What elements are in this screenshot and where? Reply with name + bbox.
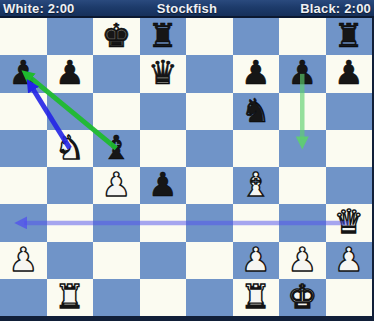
piece-black-pawn[interactable]: ♟ bbox=[334, 56, 364, 89]
square-f3[interactable] bbox=[233, 204, 280, 241]
square-b4[interactable] bbox=[47, 167, 94, 204]
square-g2[interactable]: ♟ bbox=[279, 242, 326, 279]
square-c3[interactable] bbox=[93, 204, 140, 241]
square-c2[interactable] bbox=[93, 242, 140, 279]
square-d7[interactable]: ♛ bbox=[140, 55, 187, 92]
piece-black-rook[interactable]: ♜ bbox=[334, 19, 364, 52]
status-bar: White: 2:00 Stockfish Black: 2:00 bbox=[0, 0, 374, 18]
square-b8[interactable] bbox=[47, 18, 94, 55]
square-c5[interactable]: ♝ bbox=[93, 130, 140, 167]
piece-white-king[interactable]: ♚ bbox=[287, 280, 317, 313]
square-f7[interactable]: ♟ bbox=[233, 55, 280, 92]
piece-white-rook[interactable]: ♜ bbox=[241, 280, 271, 313]
square-f6[interactable]: ♞ bbox=[233, 93, 280, 130]
square-d1[interactable] bbox=[140, 279, 187, 316]
piece-black-pawn[interactable]: ♟ bbox=[148, 168, 178, 201]
square-a6[interactable] bbox=[0, 93, 47, 130]
square-e5[interactable] bbox=[186, 130, 233, 167]
square-f2[interactable]: ♟ bbox=[233, 242, 280, 279]
piece-white-queen[interactable]: ♛ bbox=[334, 205, 364, 238]
square-c6[interactable] bbox=[93, 93, 140, 130]
square-c7[interactable] bbox=[93, 55, 140, 92]
square-f1[interactable]: ♜ bbox=[233, 279, 280, 316]
piece-white-rook[interactable]: ♜ bbox=[55, 280, 85, 313]
piece-black-king[interactable]: ♚ bbox=[101, 19, 131, 52]
square-g8[interactable] bbox=[279, 18, 326, 55]
square-a1[interactable] bbox=[0, 279, 47, 316]
square-g3[interactable] bbox=[279, 204, 326, 241]
board-area: ♚♜♜♟♟♛♟♟♟♞♞♝♟♟♝♛♟♟♟♟♜♜♚ bbox=[0, 18, 374, 316]
square-g4[interactable] bbox=[279, 167, 326, 204]
square-e4[interactable] bbox=[186, 167, 233, 204]
piece-white-pawn[interactable]: ♟ bbox=[8, 243, 38, 276]
square-h2[interactable]: ♟ bbox=[326, 242, 373, 279]
black-clock: Black: 2:00 bbox=[248, 1, 371, 16]
square-h8[interactable]: ♜ bbox=[326, 18, 373, 55]
piece-white-pawn[interactable]: ♟ bbox=[287, 243, 317, 276]
square-h7[interactable]: ♟ bbox=[326, 55, 373, 92]
square-f5[interactable] bbox=[233, 130, 280, 167]
piece-white-knight[interactable]: ♞ bbox=[55, 131, 85, 164]
square-b1[interactable]: ♜ bbox=[47, 279, 94, 316]
piece-white-pawn[interactable]: ♟ bbox=[101, 168, 131, 201]
square-c1[interactable] bbox=[93, 279, 140, 316]
square-b5[interactable]: ♞ bbox=[47, 130, 94, 167]
piece-black-pawn[interactable]: ♟ bbox=[8, 56, 38, 89]
piece-black-pawn[interactable]: ♟ bbox=[55, 56, 85, 89]
piece-black-bishop[interactable]: ♝ bbox=[101, 131, 131, 164]
square-f8[interactable] bbox=[233, 18, 280, 55]
square-b3[interactable] bbox=[47, 204, 94, 241]
square-a4[interactable] bbox=[0, 167, 47, 204]
square-e1[interactable] bbox=[186, 279, 233, 316]
square-b6[interactable] bbox=[47, 93, 94, 130]
chess-app-window: White: 2:00 Stockfish Black: 2:00 ♚♜♜♟♟♛… bbox=[0, 0, 374, 321]
square-b7[interactable]: ♟ bbox=[47, 55, 94, 92]
piece-black-pawn[interactable]: ♟ bbox=[287, 56, 317, 89]
square-g7[interactable]: ♟ bbox=[279, 55, 326, 92]
square-h6[interactable] bbox=[326, 93, 373, 130]
bottom-edge bbox=[0, 316, 374, 319]
square-h5[interactable] bbox=[326, 130, 373, 167]
piece-white-pawn[interactable]: ♟ bbox=[241, 243, 271, 276]
square-f4[interactable]: ♝ bbox=[233, 167, 280, 204]
piece-white-pawn[interactable]: ♟ bbox=[334, 243, 364, 276]
square-d4[interactable]: ♟ bbox=[140, 167, 187, 204]
piece-black-knight[interactable]: ♞ bbox=[241, 94, 271, 127]
square-g5[interactable] bbox=[279, 130, 326, 167]
piece-white-bishop[interactable]: ♝ bbox=[241, 168, 271, 201]
square-a7[interactable]: ♟ bbox=[0, 55, 47, 92]
square-d5[interactable] bbox=[140, 130, 187, 167]
square-a3[interactable] bbox=[0, 204, 47, 241]
square-h1[interactable] bbox=[326, 279, 373, 316]
piece-black-queen[interactable]: ♛ bbox=[148, 56, 178, 89]
chess-board: ♚♜♜♟♟♛♟♟♟♞♞♝♟♟♝♛♟♟♟♟♜♜♚ bbox=[0, 18, 372, 316]
square-c4[interactable]: ♟ bbox=[93, 167, 140, 204]
square-e3[interactable] bbox=[186, 204, 233, 241]
square-g6[interactable] bbox=[279, 93, 326, 130]
square-e6[interactable] bbox=[186, 93, 233, 130]
square-h3[interactable]: ♛ bbox=[326, 204, 373, 241]
square-a8[interactable] bbox=[0, 18, 47, 55]
square-b2[interactable] bbox=[47, 242, 94, 279]
square-d6[interactable] bbox=[140, 93, 187, 130]
square-d8[interactable]: ♜ bbox=[140, 18, 187, 55]
square-g1[interactable]: ♚ bbox=[279, 279, 326, 316]
square-h4[interactable] bbox=[326, 167, 373, 204]
square-a2[interactable]: ♟ bbox=[0, 242, 47, 279]
square-e2[interactable] bbox=[186, 242, 233, 279]
square-d3[interactable] bbox=[140, 204, 187, 241]
square-a5[interactable] bbox=[0, 130, 47, 167]
square-e8[interactable] bbox=[186, 18, 233, 55]
piece-black-rook[interactable]: ♜ bbox=[148, 19, 178, 52]
piece-black-pawn[interactable]: ♟ bbox=[241, 56, 271, 89]
square-c8[interactable]: ♚ bbox=[93, 18, 140, 55]
white-clock: White: 2:00 bbox=[3, 1, 126, 16]
square-e7[interactable] bbox=[186, 55, 233, 92]
square-d2[interactable] bbox=[140, 242, 187, 279]
engine-label: Stockfish bbox=[126, 1, 249, 16]
